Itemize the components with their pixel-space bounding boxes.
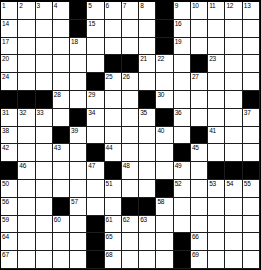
clue-number: 26 — [123, 73, 130, 81]
cell-r15c12[interactable]: 69 — [191, 251, 208, 269]
block-cell-r9c11 — [174, 144, 191, 162]
clue-number: 68 — [106, 251, 113, 259]
cell-r13c7[interactable]: 61 — [105, 216, 122, 234]
cell-r7c3[interactable]: 33 — [36, 109, 53, 127]
clue-number: 25 — [106, 73, 113, 81]
cell-r12c7[interactable] — [105, 198, 122, 216]
clue-number: 52 — [175, 180, 182, 188]
cell-r3c2[interactable] — [18, 38, 35, 56]
cell-r12c2[interactable] — [18, 198, 35, 216]
cell-r15c10[interactable] — [156, 251, 173, 269]
cell-r12c13[interactable] — [208, 198, 225, 216]
cell-r3c1[interactable]: 17 — [1, 38, 18, 56]
clue-number: 6 — [106, 2, 109, 10]
cell-r12c6[interactable] — [87, 198, 104, 216]
cell-r11c3[interactable] — [36, 180, 53, 198]
cell-r14c4[interactable] — [53, 233, 70, 251]
clue-number: 37 — [244, 109, 251, 117]
cell-r3c6[interactable] — [87, 38, 104, 56]
cell-r4c6[interactable] — [87, 55, 104, 73]
cell-r7c4[interactable] — [53, 109, 70, 127]
cell-r1c15[interactable]: 13 — [243, 2, 260, 20]
cell-r2c11[interactable]: 16 — [174, 20, 191, 38]
block-cell-r11c10 — [156, 180, 173, 198]
cell-r15c14[interactable] — [225, 251, 242, 269]
cell-r4c10[interactable]: 22 — [156, 55, 173, 73]
block-cell-r15c11 — [174, 251, 191, 269]
clue-number: 11 — [209, 2, 215, 10]
cell-r11c14[interactable]: 54 — [225, 180, 242, 198]
cell-r1c12[interactable]: 10 — [191, 2, 208, 20]
clue-number: 42 — [2, 144, 9, 152]
cell-r3c12[interactable] — [191, 38, 208, 56]
clue-number: 39 — [71, 127, 78, 135]
cell-r7c13[interactable] — [208, 109, 225, 127]
cell-r11c13[interactable]: 53 — [208, 180, 225, 198]
clue-number: 56 — [2, 198, 9, 206]
cell-r5c2[interactable] — [18, 73, 35, 91]
clue-number: 5 — [88, 2, 91, 10]
cell-r13c9[interactable]: 63 — [139, 216, 156, 234]
cell-r5c8[interactable]: 26 — [122, 73, 139, 91]
cell-r9c15[interactable] — [243, 144, 260, 162]
cell-r2c1[interactable]: 14 — [1, 20, 18, 38]
block-cell-r8c4 — [53, 127, 70, 145]
cell-r5c12[interactable]: 27 — [191, 73, 208, 91]
block-cell-r7c5 — [70, 109, 87, 127]
cell-r15c15[interactable] — [243, 251, 260, 269]
cell-r14c3[interactable] — [36, 233, 53, 251]
cell-r15c2[interactable] — [18, 251, 35, 269]
cell-r5c14[interactable] — [225, 73, 242, 91]
cell-r8c15[interactable] — [243, 127, 260, 145]
block-cell-r1c10 — [156, 2, 173, 20]
cell-r14c12[interactable]: 66 — [191, 233, 208, 251]
cell-r2c14[interactable] — [225, 20, 242, 38]
cell-r6c7[interactable] — [105, 91, 122, 109]
cell-r8c8[interactable] — [122, 127, 139, 145]
clue-number: 63 — [140, 216, 147, 224]
cell-r15c1[interactable]: 67 — [1, 251, 18, 269]
cell-r13c10[interactable] — [156, 216, 173, 234]
cell-r13c3[interactable] — [36, 216, 53, 234]
cell-r7c8[interactable] — [122, 109, 139, 127]
cell-r13c5[interactable] — [70, 216, 87, 234]
block-cell-r15c6 — [87, 251, 104, 269]
block-cell-r6c15 — [243, 91, 260, 109]
cell-r13c15[interactable] — [243, 216, 260, 234]
cell-r4c15[interactable] — [243, 55, 260, 73]
cell-r15c13[interactable] — [208, 251, 225, 269]
cell-r13c8[interactable]: 62 — [122, 216, 139, 234]
crossword-puzzle: 1234567891011121314151617181920212223242… — [0, 0, 261, 270]
clue-number: 34 — [88, 109, 95, 117]
cell-r15c9[interactable] — [139, 251, 156, 269]
cell-r9c3[interactable] — [36, 144, 53, 162]
clue-number: 66 — [192, 233, 199, 241]
block-cell-r12c9 — [139, 198, 156, 216]
clue-number: 54 — [226, 180, 233, 188]
cell-r9c5[interactable] — [70, 144, 87, 162]
block-cell-r6c1 — [1, 91, 18, 109]
clue-number: 9 — [175, 2, 178, 10]
cell-r6c5[interactable] — [70, 91, 87, 109]
cell-r3c4[interactable] — [53, 38, 70, 56]
cell-r10c4[interactable] — [53, 162, 70, 180]
cell-r14c7[interactable]: 65 — [105, 233, 122, 251]
cell-r12c3[interactable] — [36, 198, 53, 216]
clue-number: 65 — [106, 233, 113, 241]
cell-r4c3[interactable] — [36, 55, 53, 73]
block-cell-r14c6 — [87, 233, 104, 251]
clue-number: 57 — [71, 198, 78, 206]
cell-r10c12[interactable] — [191, 162, 208, 180]
cell-r7c2[interactable]: 32 — [18, 109, 35, 127]
cell-r8c6[interactable] — [87, 127, 104, 145]
cell-r8c14[interactable] — [225, 127, 242, 145]
cell-r11c9[interactable] — [139, 180, 156, 198]
cell-r4c5[interactable] — [70, 55, 87, 73]
clue-number: 61 — [106, 216, 113, 224]
cell-r10c9[interactable] — [139, 162, 156, 180]
clue-number: 46 — [19, 162, 26, 170]
cell-r1c3[interactable]: 3 — [36, 2, 53, 20]
block-cell-r7c10 — [156, 109, 173, 127]
clue-number: 8 — [140, 2, 143, 10]
cell-r2c6[interactable]: 15 — [87, 20, 104, 38]
clue-number: 2 — [19, 2, 22, 10]
cell-r15c4[interactable] — [53, 251, 70, 269]
clue-number: 18 — [71, 38, 78, 46]
cell-r9c12[interactable]: 45 — [191, 144, 208, 162]
cell-r11c11[interactable]: 52 — [174, 180, 191, 198]
cell-r6c6[interactable]: 29 — [87, 91, 104, 109]
cell-r15c8[interactable] — [122, 251, 139, 269]
cell-r14c10[interactable] — [156, 233, 173, 251]
cell-r14c14[interactable] — [225, 233, 242, 251]
cell-r7c6[interactable]: 34 — [87, 109, 104, 127]
clue-number: 60 — [54, 216, 61, 224]
cell-r5c11[interactable] — [174, 73, 191, 91]
cell-r11c8[interactable] — [122, 180, 139, 198]
cell-r10c2[interactable]: 46 — [18, 162, 35, 180]
block-cell-r4c8 — [122, 55, 139, 73]
cell-r3c5[interactable]: 18 — [70, 38, 87, 56]
cell-r2c4[interactable] — [53, 20, 70, 38]
cell-r13c12[interactable] — [191, 216, 208, 234]
cell-r9c7[interactable]: 44 — [105, 144, 122, 162]
block-cell-r10c7 — [105, 162, 122, 180]
cell-r3c13[interactable] — [208, 38, 225, 56]
clue-number: 22 — [157, 55, 164, 63]
cell-r5c13[interactable] — [208, 73, 225, 91]
cell-r6c14[interactable] — [225, 91, 242, 109]
cell-r13c4[interactable]: 60 — [53, 216, 70, 234]
cell-r12c5[interactable]: 57 — [70, 198, 87, 216]
cell-r4c1[interactable]: 20 — [1, 55, 18, 73]
block-cell-r8c12 — [191, 127, 208, 145]
clue-number: 7 — [123, 2, 126, 10]
clue-number: 45 — [192, 144, 199, 152]
cell-r5c5[interactable] — [70, 73, 87, 91]
cell-r2c13[interactable] — [208, 20, 225, 38]
clue-number: 29 — [88, 91, 95, 99]
cell-r11c12[interactable] — [191, 180, 208, 198]
clue-number: 62 — [123, 216, 130, 224]
block-cell-r10c15 — [243, 162, 260, 180]
cell-r6c8[interactable] — [122, 91, 139, 109]
cell-r9c14[interactable] — [225, 144, 242, 162]
clue-number: 14 — [2, 20, 9, 28]
cell-r13c13[interactable] — [208, 216, 225, 234]
cell-r14c13[interactable] — [208, 233, 225, 251]
clue-number: 40 — [157, 127, 164, 135]
block-cell-r2c10 — [156, 20, 173, 38]
cell-r2c8[interactable] — [122, 20, 139, 38]
cell-r12c15[interactable] — [243, 198, 260, 216]
clue-number: 67 — [2, 251, 9, 259]
clue-number: 15 — [88, 20, 95, 28]
clue-number: 48 — [123, 162, 130, 170]
cell-r2c12[interactable] — [191, 20, 208, 38]
clue-number: 10 — [192, 2, 199, 10]
clue-number: 24 — [2, 73, 9, 81]
cell-r1c2[interactable]: 2 — [18, 2, 35, 20]
cell-r7c1[interactable]: 31 — [1, 109, 18, 127]
cell-r6c13[interactable] — [208, 91, 225, 109]
block-cell-r12c4 — [53, 198, 70, 216]
clue-number: 41 — [209, 127, 216, 135]
block-cell-r3c10 — [156, 38, 173, 56]
cell-r4c13[interactable]: 23 — [208, 55, 225, 73]
block-cell-r2c5 — [70, 20, 87, 38]
cell-r2c7[interactable] — [105, 20, 122, 38]
clue-number: 20 — [2, 55, 9, 63]
cell-r7c11[interactable]: 36 — [174, 109, 191, 127]
cell-r8c3[interactable] — [36, 127, 53, 145]
cell-r7c12[interactable] — [191, 109, 208, 127]
clue-number: 13 — [244, 2, 251, 10]
cell-r9c13[interactable] — [208, 144, 225, 162]
clue-number: 47 — [88, 162, 95, 170]
clue-number: 21 — [140, 55, 147, 63]
clue-number: 35 — [140, 109, 147, 117]
clue-number: 31 — [2, 109, 9, 117]
cell-r14c2[interactable] — [18, 233, 35, 251]
cell-r11c2[interactable] — [18, 180, 35, 198]
cell-r12c14[interactable] — [225, 198, 242, 216]
clue-number: 59 — [2, 216, 9, 224]
cell-r14c5[interactable] — [70, 233, 87, 251]
clue-number: 43 — [54, 144, 61, 152]
clue-number: 50 — [2, 180, 9, 188]
cell-r5c4[interactable] — [53, 73, 70, 91]
crossword-grid: 1234567891011121314151617181920212223242… — [0, 0, 261, 270]
cell-r1c1[interactable]: 1 — [1, 2, 18, 20]
clue-number: 17 — [2, 38, 9, 46]
cell-r15c3[interactable] — [36, 251, 53, 269]
cell-r7c15[interactable]: 37 — [243, 109, 260, 127]
cell-r13c14[interactable] — [225, 216, 242, 234]
cell-r1c6[interactable]: 5 — [87, 2, 104, 20]
cell-r7c14[interactable] — [225, 109, 242, 127]
cell-r11c15[interactable]: 55 — [243, 180, 260, 198]
cell-r8c7[interactable] — [105, 127, 122, 145]
cell-r7c7[interactable] — [105, 109, 122, 127]
cell-r3c9[interactable] — [139, 38, 156, 56]
cell-r13c11[interactable] — [174, 216, 191, 234]
clue-number: 16 — [175, 20, 182, 28]
cell-r9c2[interactable] — [18, 144, 35, 162]
cell-r11c1[interactable]: 50 — [1, 180, 18, 198]
block-cell-r10c13 — [208, 162, 225, 180]
cell-r6c12[interactable] — [191, 91, 208, 109]
cell-r1c4[interactable]: 4 — [53, 2, 70, 20]
clue-number: 51 — [106, 180, 113, 188]
block-cell-r5c6 — [87, 73, 104, 91]
cell-r14c9[interactable] — [139, 233, 156, 251]
block-cell-r13c6 — [87, 216, 104, 234]
cell-r9c4[interactable]: 43 — [53, 144, 70, 162]
clue-number: 69 — [192, 251, 199, 259]
cell-r14c15[interactable] — [243, 233, 260, 251]
cell-r5c10[interactable] — [156, 73, 173, 91]
cell-r12c12[interactable] — [191, 198, 208, 216]
cell-r12c10[interactable]: 58 — [156, 198, 173, 216]
cell-r8c2[interactable] — [18, 127, 35, 145]
cell-r5c15[interactable] — [243, 73, 260, 91]
clue-number: 12 — [226, 2, 233, 10]
cell-r8c13[interactable]: 41 — [208, 127, 225, 145]
clue-number: 32 — [19, 109, 26, 117]
cell-r11c4[interactable] — [53, 180, 70, 198]
cell-r14c1[interactable]: 64 — [1, 233, 18, 251]
cell-r6c10[interactable]: 30 — [156, 91, 173, 109]
cell-r5c9[interactable] — [139, 73, 156, 91]
cell-r10c3[interactable] — [36, 162, 53, 180]
cell-r8c5[interactable]: 39 — [70, 127, 87, 145]
cell-r10c5[interactable] — [70, 162, 87, 180]
cell-r4c11[interactable] — [174, 55, 191, 73]
cell-r4c14[interactable] — [225, 55, 242, 73]
block-cell-r4c12 — [191, 55, 208, 73]
cell-r14c8[interactable] — [122, 233, 139, 251]
cell-r12c1[interactable]: 56 — [1, 198, 18, 216]
cell-r7c9[interactable]: 35 — [139, 109, 156, 127]
cell-r6c4[interactable]: 28 — [53, 91, 70, 109]
cell-r11c5[interactable] — [70, 180, 87, 198]
block-cell-r1c5 — [70, 2, 87, 20]
clue-number: 19 — [175, 38, 182, 46]
cell-r1c8[interactable]: 7 — [122, 2, 139, 20]
cell-r2c9[interactable] — [139, 20, 156, 38]
clue-number: 3 — [37, 2, 40, 10]
cell-r4c4[interactable] — [53, 55, 70, 73]
clue-number: 53 — [209, 180, 216, 188]
clue-number: 55 — [244, 180, 251, 188]
block-cell-r6c2 — [18, 91, 35, 109]
clue-number: 1 — [2, 2, 5, 10]
cell-r4c2[interactable] — [18, 55, 35, 73]
cell-r3c8[interactable] — [122, 38, 139, 56]
clue-number: 58 — [157, 198, 164, 206]
cell-r11c7[interactable]: 51 — [105, 180, 122, 198]
cell-r3c11[interactable]: 19 — [174, 38, 191, 56]
clue-number: 38 — [2, 127, 9, 135]
cell-r9c1[interactable]: 42 — [1, 144, 18, 162]
cell-r6c11[interactable] — [174, 91, 191, 109]
cell-r1c14[interactable]: 12 — [225, 2, 242, 20]
clue-number: 28 — [54, 91, 61, 99]
cell-r3c15[interactable] — [243, 38, 260, 56]
cell-r9c9[interactable] — [139, 144, 156, 162]
cell-r2c15[interactable] — [243, 20, 260, 38]
clue-number: 27 — [192, 73, 199, 81]
block-cell-r6c3 — [36, 91, 53, 109]
clue-number: 44 — [106, 144, 113, 152]
cell-r1c11[interactable]: 9 — [174, 2, 191, 20]
cell-r1c13[interactable]: 11 — [208, 2, 225, 20]
cell-r3c3[interactable] — [36, 38, 53, 56]
clue-number: 49 — [175, 162, 182, 170]
cell-r15c7[interactable]: 68 — [105, 251, 122, 269]
clue-number: 36 — [175, 109, 182, 117]
cell-r9c10[interactable] — [156, 144, 173, 162]
block-cell-r4c7 — [105, 55, 122, 73]
cell-r8c9[interactable] — [139, 127, 156, 145]
cell-r8c1[interactable]: 38 — [1, 127, 18, 145]
clue-number: 4 — [54, 2, 57, 10]
cell-r8c10[interactable]: 40 — [156, 127, 173, 145]
block-cell-r10c14 — [225, 162, 242, 180]
cell-r5c3[interactable] — [36, 73, 53, 91]
cell-r1c9[interactable]: 8 — [139, 2, 156, 20]
cell-r13c2[interactable] — [18, 216, 35, 234]
cell-r10c11[interactable]: 49 — [174, 162, 191, 180]
cell-r15c5[interactable] — [70, 251, 87, 269]
cell-r3c14[interactable] — [225, 38, 242, 56]
cell-r5c1[interactable]: 24 — [1, 73, 18, 91]
cell-r8c11[interactable] — [174, 127, 191, 145]
cell-r10c10[interactable] — [156, 162, 173, 180]
cell-r3c7[interactable] — [105, 38, 122, 56]
cell-r10c6[interactable]: 47 — [87, 162, 104, 180]
cell-r9c8[interactable] — [122, 144, 139, 162]
cell-r2c3[interactable] — [36, 20, 53, 38]
cell-r4c9[interactable]: 21 — [139, 55, 156, 73]
clue-number: 23 — [209, 55, 216, 63]
cell-r11c6[interactable] — [87, 180, 104, 198]
block-cell-r9c6 — [87, 144, 104, 162]
block-cell-r14c11 — [174, 233, 191, 251]
clue-number: 64 — [2, 233, 9, 241]
cell-r1c7[interactable]: 6 — [105, 2, 122, 20]
cell-r12c11[interactable] — [174, 198, 191, 216]
clue-number: 33 — [37, 109, 44, 117]
cell-r5c7[interactable]: 25 — [105, 73, 122, 91]
cell-r2c2[interactable] — [18, 20, 35, 38]
block-cell-r10c1 — [1, 162, 18, 180]
block-cell-r6c9 — [139, 91, 156, 109]
cell-r10c8[interactable]: 48 — [122, 162, 139, 180]
cell-r13c1[interactable]: 59 — [1, 216, 18, 234]
clue-number: 30 — [157, 91, 164, 99]
block-cell-r12c8 — [122, 198, 139, 216]
